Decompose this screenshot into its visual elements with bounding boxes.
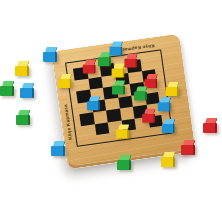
cube-top-face [111, 42, 123, 47]
cube-top-face [45, 47, 58, 52]
cube-red [181, 140, 195, 155]
game-board: Köşe Kapmaca Köşe Kapmaca [51, 34, 195, 170]
cube-top-face [159, 97, 171, 102]
cube-yellow [58, 74, 71, 88]
cube-top-face [144, 109, 156, 114]
cube-top-face [205, 118, 218, 123]
cube-top-face [119, 155, 132, 160]
cube-front-face [161, 124, 174, 133]
cube-top-face [84, 59, 96, 64]
cube-red [124, 54, 137, 68]
cube-front-face [82, 64, 95, 73]
cube-yellow [165, 82, 178, 96]
cube-yellow [15, 61, 29, 76]
cube-green [117, 155, 131, 170]
cube-front-face [15, 66, 29, 76]
cube-top-face [60, 74, 72, 79]
cube-red [142, 109, 155, 123]
cube-top-face [113, 64, 125, 69]
cube-green [0, 81, 14, 96]
cube-front-face [51, 146, 65, 156]
cube-top-face [114, 81, 126, 86]
cube-front-face [203, 123, 217, 133]
cube-green [16, 110, 30, 125]
cube-blue [157, 97, 170, 111]
cube-top-face [53, 141, 66, 146]
cube-front-face [142, 114, 155, 123]
cube-yellow [111, 64, 124, 78]
cube-blue [86, 96, 99, 110]
cube-front-face [97, 57, 110, 66]
cube-yellow [116, 124, 129, 138]
cube-top-face [18, 110, 31, 115]
cube-top-face [88, 96, 100, 101]
cube-front-face [43, 52, 57, 62]
cube-front-face [0, 86, 14, 96]
cube-red [203, 118, 217, 133]
cube-top-face [163, 119, 175, 124]
cube-green [112, 81, 125, 95]
cube-top-face [17, 61, 30, 66]
cube-front-face [161, 157, 175, 167]
cube-front-face [165, 87, 178, 96]
cube-green [134, 87, 147, 101]
cube-front-face [116, 129, 129, 138]
cube-top-face [126, 54, 138, 59]
cube-top-face [118, 124, 130, 129]
cube-top-face [22, 83, 35, 88]
cube-front-face [111, 69, 124, 78]
cube-front-face [117, 160, 131, 170]
cube-front-face [16, 115, 30, 125]
cube-blue [109, 42, 122, 56]
cube-front-face [20, 88, 34, 98]
cube-front-face [134, 92, 147, 101]
product-photo: Köşe Kapmaca Köşe Kapmaca [0, 0, 222, 222]
cube-front-face [124, 59, 137, 68]
cube-top-face [2, 81, 15, 86]
cube-top-face [163, 152, 176, 157]
cube-top-face [167, 82, 179, 87]
cube-front-face [86, 101, 99, 110]
cube-yellow [161, 152, 175, 167]
cube-front-face [181, 145, 195, 155]
cube-top-face [136, 87, 148, 92]
cube-front-face [112, 86, 125, 95]
cube-front-face [109, 47, 122, 56]
cube-front-face [157, 102, 170, 111]
cube-green [97, 52, 110, 66]
cube-front-face [58, 79, 71, 88]
cube-blue [161, 119, 174, 133]
cube-red [82, 59, 95, 73]
cube-blue [20, 83, 34, 98]
cube-top-face [183, 140, 196, 145]
cube-blue [43, 47, 57, 62]
cube-top-face [146, 74, 158, 79]
cube-blue [51, 141, 65, 156]
